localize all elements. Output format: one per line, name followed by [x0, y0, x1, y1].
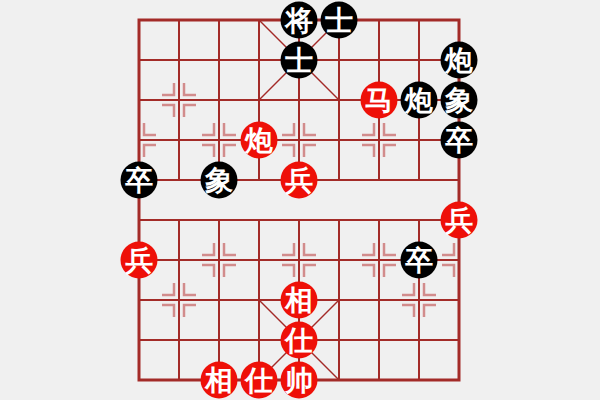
- piece-black-cannon[interactable]: 炮: [441, 42, 478, 79]
- xiangqi-board[interactable]: 将士士炮马炮象炮卒卒象兵兵兵卒相仕相仕帅: [0, 0, 600, 400]
- piece-black-soldier[interactable]: 卒: [121, 162, 158, 199]
- piece-red-elephant[interactable]: 相: [281, 282, 318, 319]
- piece-black-elephant[interactable]: 象: [441, 82, 478, 119]
- piece-black-general[interactable]: 将: [281, 2, 318, 39]
- piece-red-advisor[interactable]: 仕: [281, 322, 318, 359]
- piece-black-soldier[interactable]: 卒: [441, 122, 478, 159]
- piece-red-elephant[interactable]: 相: [201, 362, 238, 399]
- pieces-layer: 将士士炮马炮象炮卒卒象兵兵兵卒相仕相仕帅: [0, 0, 600, 400]
- piece-black-advisor[interactable]: 士: [281, 42, 318, 79]
- piece-black-advisor[interactable]: 士: [321, 2, 358, 39]
- piece-black-cannon[interactable]: 炮: [401, 82, 438, 119]
- xiangqi-game: 将士士炮马炮象炮卒卒象兵兵兵卒相仕相仕帅: [0, 0, 600, 400]
- piece-red-soldier[interactable]: 兵: [441, 202, 478, 239]
- piece-red-cannon[interactable]: 炮: [241, 122, 278, 159]
- piece-red-soldier[interactable]: 兵: [121, 242, 158, 279]
- piece-red-soldier[interactable]: 兵: [281, 162, 318, 199]
- piece-red-advisor[interactable]: 仕: [241, 362, 278, 399]
- piece-red-general[interactable]: 帅: [281, 362, 318, 399]
- piece-black-elephant[interactable]: 象: [201, 162, 238, 199]
- piece-red-horse[interactable]: 马: [361, 82, 398, 119]
- piece-black-soldier[interactable]: 卒: [401, 242, 438, 279]
